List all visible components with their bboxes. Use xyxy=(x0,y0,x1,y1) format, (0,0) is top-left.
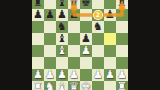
piece-white-pawn[interactable]: ♟ xyxy=(80,45,92,57)
square-a6[interactable] xyxy=(32,21,44,33)
piece-white-pawn[interactable]: ♟ xyxy=(104,69,116,81)
square-e7[interactable] xyxy=(80,9,92,21)
square-d1[interactable]: ♛ xyxy=(68,81,80,90)
square-d4[interactable] xyxy=(68,45,80,57)
app-background: 2 ♜♝♛♚♜♟♟♟♟♟♞♞♝♟♝♟♟♟♟♟♟♟♟♜♞♝♛♚♜ xyxy=(0,0,160,90)
square-f2[interactable]: ♟ xyxy=(92,69,104,81)
square-f5[interactable] xyxy=(92,33,104,45)
piece-white-rook[interactable]: ♜ xyxy=(116,81,128,90)
square-d6[interactable] xyxy=(68,21,80,33)
piece-white-bishop[interactable]: ♝ xyxy=(56,45,68,57)
piece-black-pawn[interactable]: ♟ xyxy=(32,9,44,21)
chess-board[interactable]: 2 ♜♝♛♚♜♟♟♟♟♟♞♞♝♟♝♟♟♟♟♟♟♟♟♜♞♝♛♚♜ xyxy=(32,0,128,90)
square-h6[interactable] xyxy=(116,21,128,33)
piece-white-pawn[interactable]: ♟ xyxy=(92,69,104,81)
piece-black-knight[interactable]: ♞ xyxy=(92,21,104,33)
square-h1[interactable]: ♜ xyxy=(116,81,128,90)
square-g5[interactable] xyxy=(104,33,116,45)
square-h5[interactable] xyxy=(116,33,128,45)
square-f8[interactable] xyxy=(92,0,104,9)
square-f4[interactable] xyxy=(92,45,104,57)
square-e4[interactable]: ♟ xyxy=(80,45,92,57)
square-a5[interactable] xyxy=(32,33,44,45)
piece-black-rook[interactable]: ♜ xyxy=(116,0,128,9)
piece-white-king[interactable]: ♚ xyxy=(80,81,92,90)
piece-black-pawn[interactable]: ♟ xyxy=(68,9,80,21)
piece-black-pawn[interactable]: ♟ xyxy=(44,9,56,21)
square-e3[interactable] xyxy=(80,57,92,69)
square-g6[interactable] xyxy=(104,21,116,33)
square-h4[interactable] xyxy=(116,45,128,57)
square-a7[interactable]: ♟ xyxy=(32,9,44,21)
square-e8[interactable]: ♚ xyxy=(80,0,92,9)
square-g7[interactable]: ♟ xyxy=(104,9,116,21)
square-a4[interactable] xyxy=(32,45,44,57)
square-h8[interactable]: ♜ xyxy=(116,0,128,9)
square-c4[interactable]: ♝ xyxy=(56,45,68,57)
piece-white-queen[interactable]: ♛ xyxy=(68,81,80,90)
piece-white-knight[interactable]: ♞ xyxy=(44,81,56,90)
square-b6[interactable] xyxy=(44,21,56,33)
square-e1[interactable]: ♚ xyxy=(80,81,92,90)
square-g4[interactable] xyxy=(104,45,116,57)
piece-white-bishop[interactable]: ♝ xyxy=(56,81,68,90)
piece-black-king[interactable]: ♚ xyxy=(80,0,92,9)
square-f6[interactable]: ♞ xyxy=(92,21,104,33)
square-f1[interactable] xyxy=(92,81,104,90)
piece-black-pawn[interactable]: ♟ xyxy=(104,9,116,21)
square-a1[interactable]: ♜ xyxy=(32,81,44,90)
square-c1[interactable]: ♝ xyxy=(56,81,68,90)
piece-white-rook[interactable]: ♜ xyxy=(32,81,44,90)
square-b7[interactable]: ♟ xyxy=(44,9,56,21)
square-h7[interactable] xyxy=(116,9,128,21)
square-b5[interactable] xyxy=(44,33,56,45)
square-g2[interactable]: ♟ xyxy=(104,69,116,81)
square-g1[interactable] xyxy=(104,81,116,90)
square-b4[interactable] xyxy=(44,45,56,57)
square-b1[interactable]: ♞ xyxy=(44,81,56,90)
square-d5[interactable] xyxy=(68,33,80,45)
square-d7[interactable]: ♟ xyxy=(68,9,80,21)
